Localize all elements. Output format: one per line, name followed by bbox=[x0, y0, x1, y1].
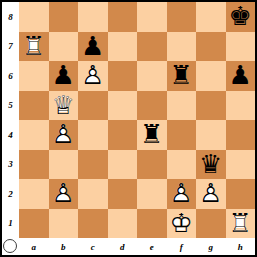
file-label-b: b bbox=[49, 238, 79, 255]
file-label-d: d bbox=[108, 238, 138, 255]
square-d2[interactable] bbox=[108, 179, 138, 209]
piece-black-pawn-c7[interactable]: ♟ bbox=[78, 32, 108, 62]
rank-label-4: 4 bbox=[2, 120, 19, 150]
square-a2[interactable] bbox=[19, 179, 49, 209]
square-f1[interactable]: ♚♔ bbox=[167, 209, 197, 239]
square-c7[interactable]: ♟ bbox=[78, 32, 108, 62]
file-label-h: h bbox=[226, 238, 256, 255]
piece-white-king-f1[interactable]: ♔ bbox=[167, 209, 197, 239]
file-labels-row: abcdefgh bbox=[19, 238, 255, 255]
square-b3[interactable] bbox=[49, 150, 79, 180]
square-c4[interactable] bbox=[78, 120, 108, 150]
square-h5[interactable] bbox=[226, 91, 256, 121]
piece-white-king-f1-fill: ♚ bbox=[167, 209, 197, 239]
square-g1[interactable] bbox=[196, 209, 226, 239]
square-g4[interactable] bbox=[196, 120, 226, 150]
square-f5[interactable] bbox=[167, 91, 197, 121]
file-coordinates-gutter: abcdefgh bbox=[2, 238, 255, 255]
piece-white-pawn-b2[interactable]: ♙ bbox=[49, 179, 79, 209]
file-label-e: e bbox=[137, 238, 167, 255]
file-label-g: g bbox=[196, 238, 226, 255]
piece-white-pawn-f2[interactable]: ♙ bbox=[167, 179, 197, 209]
square-a7[interactable]: ♜♖ bbox=[19, 32, 49, 62]
square-d8[interactable] bbox=[108, 2, 138, 32]
square-f8[interactable] bbox=[167, 2, 197, 32]
square-e8[interactable] bbox=[137, 2, 167, 32]
square-b4[interactable]: ♟♙ bbox=[49, 120, 79, 150]
square-a1[interactable] bbox=[19, 209, 49, 239]
square-d3[interactable] bbox=[108, 150, 138, 180]
square-f6[interactable]: ♜ bbox=[167, 61, 197, 91]
square-h4[interactable] bbox=[226, 120, 256, 150]
rank-label-8: 8 bbox=[2, 2, 19, 32]
square-h3[interactable] bbox=[226, 150, 256, 180]
square-e4[interactable]: ♜ bbox=[137, 120, 167, 150]
square-c1[interactable] bbox=[78, 209, 108, 239]
piece-white-pawn-b4-fill: ♟ bbox=[49, 120, 79, 150]
square-a6[interactable] bbox=[19, 61, 49, 91]
chess-board[interactable]: ♚♜♖♟♟♟♙♜♟♛♕♟♙♜♛♟♙♟♙♟♙♚♔♜♖ bbox=[19, 2, 255, 238]
square-d1[interactable] bbox=[108, 209, 138, 239]
piece-white-pawn-c6[interactable]: ♙ bbox=[78, 61, 108, 91]
square-h8[interactable]: ♚ bbox=[226, 2, 256, 32]
square-e6[interactable] bbox=[137, 61, 167, 91]
square-b7[interactable] bbox=[49, 32, 79, 62]
square-g8[interactable] bbox=[196, 2, 226, 32]
piece-white-pawn-f2-fill: ♟ bbox=[167, 179, 197, 209]
piece-black-rook-f6[interactable]: ♜ bbox=[167, 61, 197, 91]
rank-coordinates-gutter: 87654321 bbox=[2, 2, 19, 238]
square-b6[interactable]: ♟ bbox=[49, 61, 79, 91]
square-c5[interactable] bbox=[78, 91, 108, 121]
file-label-f: f bbox=[167, 238, 197, 255]
piece-black-pawn-h6[interactable]: ♟ bbox=[226, 61, 256, 91]
piece-white-pawn-b4[interactable]: ♙ bbox=[49, 120, 79, 150]
piece-white-pawn-g2-fill: ♟ bbox=[196, 179, 226, 209]
square-a5[interactable] bbox=[19, 91, 49, 121]
piece-white-rook-a7-fill: ♜ bbox=[19, 32, 49, 62]
square-e2[interactable] bbox=[137, 179, 167, 209]
square-f2[interactable]: ♟♙ bbox=[167, 179, 197, 209]
rank-label-2: 2 bbox=[2, 179, 19, 209]
piece-white-pawn-b2-fill: ♟ bbox=[49, 179, 79, 209]
square-e3[interactable] bbox=[137, 150, 167, 180]
piece-white-rook-h1-fill: ♜ bbox=[226, 209, 256, 239]
piece-white-pawn-c6-fill: ♟ bbox=[78, 61, 108, 91]
square-b1[interactable] bbox=[49, 209, 79, 239]
square-b2[interactable]: ♟♙ bbox=[49, 179, 79, 209]
square-e5[interactable] bbox=[137, 91, 167, 121]
square-d4[interactable] bbox=[108, 120, 138, 150]
square-f7[interactable] bbox=[167, 32, 197, 62]
piece-black-queen-g3[interactable]: ♛ bbox=[196, 150, 226, 180]
square-a4[interactable] bbox=[19, 120, 49, 150]
square-c8[interactable] bbox=[78, 2, 108, 32]
piece-white-rook-a7[interactable]: ♖ bbox=[19, 32, 49, 62]
square-f4[interactable] bbox=[167, 120, 197, 150]
white-to-move-circle-icon bbox=[3, 239, 17, 253]
piece-white-pawn-g2[interactable]: ♙ bbox=[196, 179, 226, 209]
rank-label-1: 1 bbox=[2, 209, 19, 239]
square-d7[interactable] bbox=[108, 32, 138, 62]
square-c3[interactable] bbox=[78, 150, 108, 180]
rank-label-3: 3 bbox=[2, 150, 19, 180]
file-label-a: a bbox=[19, 238, 49, 255]
square-e7[interactable] bbox=[137, 32, 167, 62]
square-h6[interactable]: ♟ bbox=[226, 61, 256, 91]
square-g6[interactable] bbox=[196, 61, 226, 91]
square-b5[interactable]: ♛♕ bbox=[49, 91, 79, 121]
piece-black-pawn-b6[interactable]: ♟ bbox=[49, 61, 79, 91]
file-label-c: c bbox=[78, 238, 108, 255]
square-d6[interactable] bbox=[108, 61, 138, 91]
rank-label-7: 7 bbox=[2, 32, 19, 62]
square-a3[interactable] bbox=[19, 150, 49, 180]
square-c6[interactable]: ♟♙ bbox=[78, 61, 108, 91]
square-g2[interactable]: ♟♙ bbox=[196, 179, 226, 209]
square-d5[interactable] bbox=[108, 91, 138, 121]
square-h7[interactable] bbox=[226, 32, 256, 62]
piece-black-king-h8[interactable]: ♚ bbox=[226, 2, 256, 32]
square-c2[interactable] bbox=[78, 179, 108, 209]
square-a8[interactable] bbox=[19, 2, 49, 32]
rank-label-6: 6 bbox=[2, 61, 19, 91]
piece-black-rook-e4[interactable]: ♜ bbox=[137, 120, 167, 150]
square-f3[interactable] bbox=[167, 150, 197, 180]
rank-label-5: 5 bbox=[2, 91, 19, 121]
square-g7[interactable] bbox=[196, 32, 226, 62]
square-e1[interactable] bbox=[137, 209, 167, 239]
square-h1[interactable]: ♜♖ bbox=[226, 209, 256, 239]
square-g5[interactable] bbox=[196, 91, 226, 121]
square-b8[interactable] bbox=[49, 2, 79, 32]
piece-white-rook-h1[interactable]: ♖ bbox=[226, 209, 256, 239]
piece-white-queen-b5[interactable]: ♕ bbox=[49, 91, 79, 121]
piece-white-queen-b5-fill: ♛ bbox=[49, 91, 79, 121]
square-g3[interactable]: ♛ bbox=[196, 150, 226, 180]
chess-diagram: 87654321 ♚♜♖♟♟♟♙♜♟♛♕♟♙♜♛♟♙♟♙♟♙♚♔♜♖ abcde… bbox=[0, 0, 257, 257]
square-h2[interactable] bbox=[226, 179, 256, 209]
